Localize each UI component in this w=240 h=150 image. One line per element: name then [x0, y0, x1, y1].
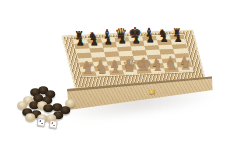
die-2 — [49, 120, 57, 128]
product-photo: ♜♞♝♛♚♝♞♜♟♟♟♟♟♟♟♟♟♟♟♟♟♟♟♟♜♞♝♛♚♝♞♜ — [0, 0, 240, 150]
die-1 — [37, 118, 45, 126]
checker-disc-dark — [43, 104, 53, 112]
checker-disc-light — [25, 113, 35, 121]
checkers-pile — [0, 0, 240, 150]
